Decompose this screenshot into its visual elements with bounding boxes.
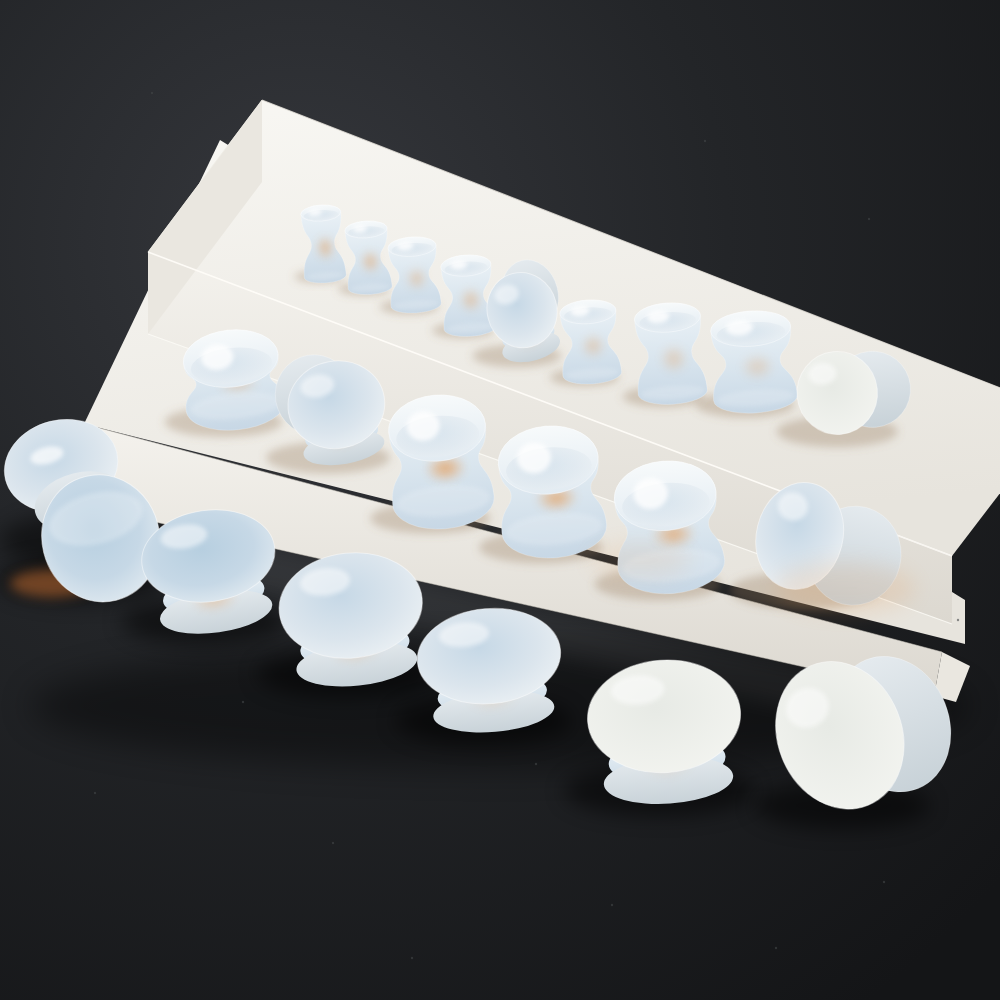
plug-mid-3 [383, 391, 496, 533]
product-photo [0, 0, 1000, 1000]
plug-mid-4 [493, 422, 609, 563]
screenshot-root [0, 0, 1000, 1000]
